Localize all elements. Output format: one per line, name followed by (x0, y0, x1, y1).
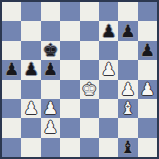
square-g5[interactable] (118, 60, 137, 79)
square-d3[interactable] (60, 99, 79, 118)
square-b2[interactable] (21, 118, 40, 137)
square-c6[interactable]: ♚ (41, 41, 60, 60)
square-h1[interactable] (138, 138, 157, 157)
square-e6[interactable] (80, 41, 99, 60)
square-f8[interactable] (99, 2, 118, 21)
square-e4[interactable]: ♚ (80, 80, 99, 99)
square-a1[interactable] (2, 138, 21, 157)
square-b6[interactable] (21, 41, 40, 60)
square-h3[interactable] (138, 99, 157, 118)
square-f2[interactable] (99, 118, 118, 137)
square-a3[interactable] (2, 99, 21, 118)
black-pawn[interactable]: ♟ (140, 41, 155, 60)
square-h4[interactable]: ♟ (138, 80, 157, 99)
white-king[interactable]: ♚ (82, 80, 97, 99)
square-a4[interactable] (2, 80, 21, 99)
white-pawn[interactable]: ♟ (101, 60, 116, 79)
black-pawn[interactable]: ♟ (23, 60, 38, 79)
square-e1[interactable] (80, 138, 99, 157)
square-e8[interactable] (80, 2, 99, 21)
square-g2[interactable] (118, 118, 137, 137)
square-h5[interactable] (138, 60, 157, 79)
black-pawn[interactable]: ♟ (43, 60, 58, 79)
square-h7[interactable] (138, 21, 157, 40)
square-a2[interactable] (2, 118, 21, 137)
square-b8[interactable] (21, 2, 40, 21)
square-e2[interactable] (80, 118, 99, 137)
square-a7[interactable] (2, 21, 21, 40)
square-a6[interactable] (2, 41, 21, 60)
square-f6[interactable] (99, 41, 118, 60)
square-f3[interactable] (99, 99, 118, 118)
chess-board: ♟♟♚♟♟♟♟♟♚♟♟♟♟♝♟♝ (0, 0, 159, 159)
black-pawn[interactable]: ♟ (101, 22, 116, 41)
square-d4[interactable] (60, 80, 79, 99)
square-g7[interactable]: ♟ (118, 21, 137, 40)
square-g4[interactable]: ♟ (118, 80, 137, 99)
black-bishop[interactable]: ♝ (120, 138, 135, 157)
square-f5[interactable]: ♟ (99, 60, 118, 79)
white-pawn[interactable]: ♟ (120, 80, 135, 99)
square-d6[interactable] (60, 41, 79, 60)
square-e5[interactable] (80, 60, 99, 79)
white-pawn[interactable]: ♟ (140, 80, 155, 99)
white-pawn[interactable]: ♟ (43, 99, 58, 118)
square-c7[interactable] (41, 21, 60, 40)
white-bishop[interactable]: ♝ (120, 99, 135, 118)
square-e3[interactable] (80, 99, 99, 118)
square-b1[interactable] (21, 138, 40, 157)
square-h8[interactable] (138, 2, 157, 21)
square-a8[interactable] (2, 2, 21, 21)
square-f1[interactable] (99, 138, 118, 157)
square-b4[interactable] (21, 80, 40, 99)
black-king[interactable]: ♚ (43, 41, 58, 60)
square-h2[interactable] (138, 118, 157, 137)
black-pawn[interactable]: ♟ (120, 22, 135, 41)
white-pawn[interactable]: ♟ (43, 118, 58, 137)
white-pawn[interactable]: ♟ (23, 99, 38, 118)
square-c3[interactable]: ♟ (41, 99, 60, 118)
black-pawn[interactable]: ♟ (4, 60, 19, 79)
square-d1[interactable] (60, 138, 79, 157)
square-f4[interactable] (99, 80, 118, 99)
square-b7[interactable] (21, 21, 40, 40)
square-g8[interactable] (118, 2, 137, 21)
square-d7[interactable] (60, 21, 79, 40)
square-e7[interactable] (80, 21, 99, 40)
square-d8[interactable] (60, 2, 79, 21)
square-c1[interactable] (41, 138, 60, 157)
square-a5[interactable]: ♟ (2, 60, 21, 79)
square-b3[interactable]: ♟ (21, 99, 40, 118)
square-d2[interactable] (60, 118, 79, 137)
square-d5[interactable] (60, 60, 79, 79)
square-c4[interactable] (41, 80, 60, 99)
square-c8[interactable] (41, 2, 60, 21)
square-g6[interactable] (118, 41, 137, 60)
square-f7[interactable]: ♟ (99, 21, 118, 40)
square-b5[interactable]: ♟ (21, 60, 40, 79)
square-c2[interactable]: ♟ (41, 118, 60, 137)
square-g1[interactable]: ♝ (118, 138, 137, 157)
square-c5[interactable]: ♟ (41, 60, 60, 79)
square-g3[interactable]: ♝ (118, 99, 137, 118)
square-h6[interactable]: ♟ (138, 41, 157, 60)
